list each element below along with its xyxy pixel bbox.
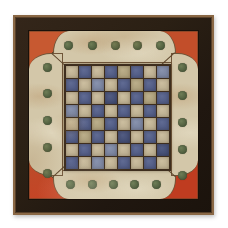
board-square-f2 — [131, 144, 143, 156]
board-square-d1 — [105, 157, 117, 169]
board-surface — [29, 31, 198, 199]
track-dot-left — [43, 169, 52, 178]
board-square-g4 — [144, 118, 156, 130]
board-square-g1 — [144, 157, 156, 169]
track-dot-right — [178, 118, 187, 127]
board-square-e3 — [118, 131, 130, 143]
track-dot-right — [178, 63, 187, 72]
board-square-g6 — [144, 92, 156, 104]
board-square-f4 — [131, 118, 143, 130]
board-square-a2 — [66, 144, 78, 156]
board-square-d3 — [105, 131, 117, 143]
board-square-d4 — [105, 118, 117, 130]
board-square-e2 — [118, 144, 130, 156]
board-square-a8 — [66, 66, 78, 78]
board-square-c5 — [92, 105, 104, 117]
photo-background — [0, 0, 228, 228]
board-square-d6 — [105, 92, 117, 104]
checkerboard — [64, 64, 171, 171]
track-dot-top — [156, 41, 165, 50]
board-square-b5 — [79, 105, 91, 117]
board-square-b1 — [79, 157, 91, 169]
track-dot-left — [43, 116, 52, 125]
board-square-d7 — [105, 79, 117, 91]
board-square-g7 — [144, 79, 156, 91]
board-square-e6 — [118, 92, 130, 104]
track-dot-bottom — [130, 180, 139, 189]
board-square-b6 — [79, 92, 91, 104]
track-dot-right — [178, 171, 187, 180]
board-square-a5 — [66, 105, 78, 117]
board-square-c8 — [92, 66, 104, 78]
track-dot-bottom — [66, 180, 75, 189]
track-dot-left — [43, 63, 52, 72]
board-square-f3 — [131, 131, 143, 143]
board-square-g8 — [144, 66, 156, 78]
board-square-b8 — [79, 66, 91, 78]
board-square-a4 — [66, 118, 78, 130]
board-square-b2 — [79, 144, 91, 156]
board-square-a6 — [66, 92, 78, 104]
track-dot-top — [64, 41, 73, 50]
track-dot-bottom — [109, 180, 118, 189]
board-square-h5 — [157, 105, 169, 117]
board-square-e7 — [118, 79, 130, 91]
board-square-c7 — [92, 79, 104, 91]
board-square-d8 — [105, 66, 117, 78]
board-square-b4 — [79, 118, 91, 130]
board-square-c3 — [92, 131, 104, 143]
board-square-e1 — [118, 157, 130, 169]
board-square-c6 — [92, 92, 104, 104]
board-square-f5 — [131, 105, 143, 117]
board-square-e4 — [118, 118, 130, 130]
board-square-b3 — [79, 131, 91, 143]
track-dot-right — [178, 91, 187, 100]
track-dot-bottom — [88, 180, 97, 189]
board-square-f1 — [131, 157, 143, 169]
board-square-g3 — [144, 131, 156, 143]
board-square-c2 — [92, 144, 104, 156]
board-square-g5 — [144, 105, 156, 117]
track-dot-top — [88, 41, 97, 50]
board-square-d2 — [105, 144, 117, 156]
board-square-h3 — [157, 131, 169, 143]
board-square-b7 — [79, 79, 91, 91]
track-dot-top — [133, 41, 142, 50]
board-square-h2 — [157, 144, 169, 156]
board-square-c4 — [92, 118, 104, 130]
board-square-f8 — [131, 66, 143, 78]
board-square-h1 — [157, 157, 169, 169]
wooden-frame — [13, 15, 214, 215]
board-square-g2 — [144, 144, 156, 156]
board-square-e5 — [118, 105, 130, 117]
track-dot-top — [111, 41, 120, 50]
board-square-h8 — [157, 66, 169, 78]
board-square-a7 — [66, 79, 78, 91]
board-square-h7 — [157, 79, 169, 91]
board-square-a3 — [66, 131, 78, 143]
track-dot-left — [43, 89, 52, 98]
track-dot-right — [178, 145, 187, 154]
board-square-h6 — [157, 92, 169, 104]
board-square-f6 — [131, 92, 143, 104]
board-square-a1 — [66, 157, 78, 169]
track-dot-bottom — [152, 180, 161, 189]
board-square-f7 — [131, 79, 143, 91]
board-square-c1 — [92, 157, 104, 169]
board-square-e8 — [118, 66, 130, 78]
board-square-h4 — [157, 118, 169, 130]
board-square-d5 — [105, 105, 117, 117]
track-dot-left — [43, 143, 52, 152]
